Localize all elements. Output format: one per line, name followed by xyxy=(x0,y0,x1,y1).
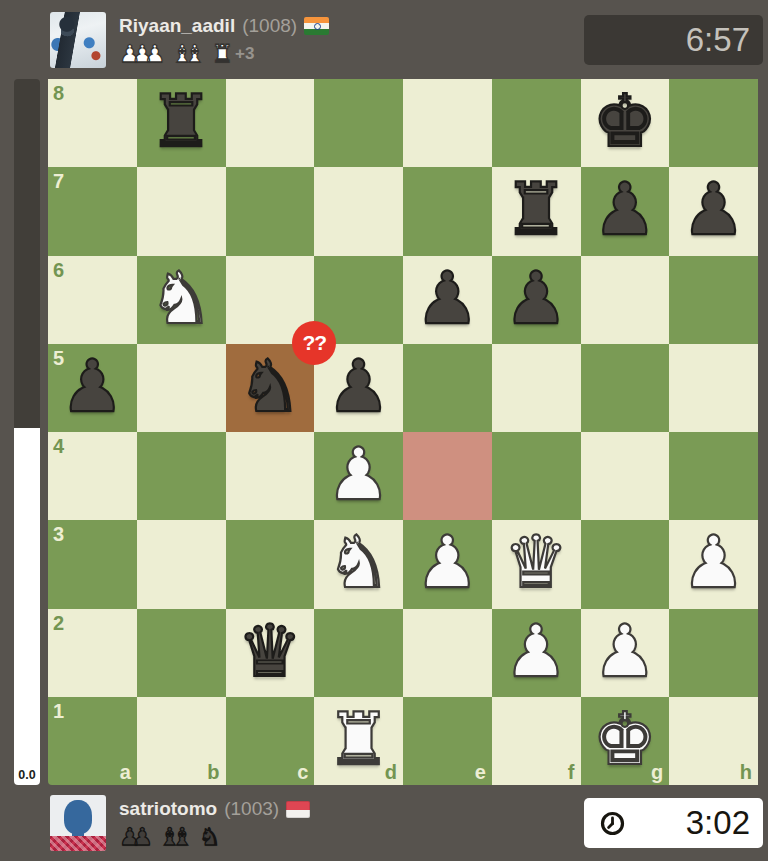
opponent-clock-time: 6:57 xyxy=(686,21,750,59)
opponent-info: Riyaan_aadil (1008) ♟♟♟♝♝♜+3 xyxy=(119,14,329,66)
opponent-bar: Riyaan_aadil (1008) ♟♟♟♝♝♜+3 6:57 xyxy=(0,0,768,79)
square-d4[interactable]: ♟ xyxy=(314,432,403,520)
blunder-badge-icon: ?? xyxy=(292,321,336,365)
opponent-captured-pieces: ♟♟♟♝♝♜+3 xyxy=(119,40,329,66)
black-rook-b8[interactable]: ♜ xyxy=(149,85,214,157)
rank-label-6: 6 xyxy=(53,260,64,280)
player-info: satriotomo (1003) ♟♟♝♝♞ xyxy=(119,797,310,849)
player-avatar[interactable] xyxy=(50,795,106,851)
square-e4[interactable] xyxy=(403,432,492,520)
black-rook-f7[interactable]: ♜ xyxy=(504,173,569,245)
square-c8[interactable] xyxy=(226,79,315,167)
square-a6[interactable]: 6 xyxy=(48,256,137,344)
captured-black-knight-x1: ♞ xyxy=(199,825,212,849)
square-e6[interactable]: ♟ xyxy=(403,256,492,344)
square-h7[interactable]: ♟ xyxy=(669,167,758,255)
square-d7[interactable] xyxy=(314,167,403,255)
square-e8[interactable] xyxy=(403,79,492,167)
square-e2[interactable] xyxy=(403,609,492,697)
white-knight-d3[interactable]: ♞ xyxy=(326,526,391,598)
square-h6[interactable] xyxy=(669,256,758,344)
square-g3[interactable] xyxy=(581,520,670,608)
square-h4[interactable] xyxy=(669,432,758,520)
square-c1[interactable]: c xyxy=(226,697,315,785)
material-advantage: +3 xyxy=(235,44,254,66)
white-rook-d1[interactable]: ♜ xyxy=(326,703,391,775)
captured-black-pawn-x2: ♟♟ xyxy=(119,825,144,849)
square-b7[interactable] xyxy=(137,167,226,255)
square-g6[interactable] xyxy=(581,256,670,344)
file-label-b: b xyxy=(207,762,219,782)
square-c3[interactable] xyxy=(226,520,315,608)
square-b4[interactable] xyxy=(137,432,226,520)
square-d2[interactable] xyxy=(314,609,403,697)
square-c7[interactable] xyxy=(226,167,315,255)
square-g2[interactable]: ♟ xyxy=(581,609,670,697)
rank-label-3: 3 xyxy=(53,524,64,544)
square-h2[interactable] xyxy=(669,609,758,697)
rank-label-8: 8 xyxy=(53,83,64,103)
square-g1[interactable]: g♚ xyxy=(581,697,670,785)
player-captured-pieces: ♟♟♝♝♞ xyxy=(119,823,310,849)
square-g8[interactable]: ♚ xyxy=(581,79,670,167)
black-pawn-a5[interactable]: ♟ xyxy=(60,350,125,422)
clock-icon xyxy=(599,810,626,837)
square-a2[interactable]: 2 xyxy=(48,609,137,697)
file-label-a: a xyxy=(120,762,131,782)
black-king-g8[interactable]: ♚ xyxy=(593,85,658,157)
square-f3[interactable]: ♛ xyxy=(492,520,581,608)
file-label-f: f xyxy=(568,762,575,782)
file-label-h: h xyxy=(740,762,752,782)
square-a5[interactable]: 5♟ xyxy=(48,344,137,432)
square-a4[interactable]: 4 xyxy=(48,432,137,520)
square-b3[interactable] xyxy=(137,520,226,608)
evaluation-score: 0.0 xyxy=(14,768,40,782)
square-e3[interactable]: ♟ xyxy=(403,520,492,608)
square-g4[interactable] xyxy=(581,432,670,520)
black-pawn-f6[interactable]: ♟ xyxy=(504,262,569,334)
square-a8[interactable]: 8 xyxy=(48,79,137,167)
player-clock: 3:02 xyxy=(584,798,763,848)
captured-black-bishop-x2: ♝♝ xyxy=(159,825,184,849)
black-pawn-h7[interactable]: ♟ xyxy=(681,173,746,245)
rank-label-2: 2 xyxy=(53,613,64,633)
file-label-c: c xyxy=(297,762,308,782)
opponent-avatar[interactable] xyxy=(50,12,106,68)
white-king-g1[interactable]: ♚ xyxy=(593,703,658,775)
square-d8[interactable] xyxy=(314,79,403,167)
square-g5[interactable] xyxy=(581,344,670,432)
square-f1[interactable]: f xyxy=(492,697,581,785)
rank-label-4: 4 xyxy=(53,436,64,456)
white-queen-f3[interactable]: ♛ xyxy=(504,526,569,598)
black-pawn-e6[interactable]: ♟ xyxy=(415,262,480,334)
square-d1[interactable]: d♜ xyxy=(314,697,403,785)
square-d3[interactable]: ♞ xyxy=(314,520,403,608)
white-pawn-g2[interactable]: ♟ xyxy=(593,615,658,687)
square-b8[interactable]: ♜ xyxy=(137,79,226,167)
square-f8[interactable] xyxy=(492,79,581,167)
square-b1[interactable]: b xyxy=(137,697,226,785)
opponent-clock: 6:57 xyxy=(584,15,763,65)
square-h1[interactable]: h xyxy=(669,697,758,785)
square-h3[interactable]: ♟ xyxy=(669,520,758,608)
square-f7[interactable]: ♜ xyxy=(492,167,581,255)
square-b6[interactable]: ♞ xyxy=(137,256,226,344)
square-e7[interactable] xyxy=(403,167,492,255)
white-pawn-d4[interactable]: ♟ xyxy=(326,438,391,510)
square-f5[interactable] xyxy=(492,344,581,432)
white-knight-b6[interactable]: ♞ xyxy=(149,262,214,334)
square-f2[interactable]: ♟ xyxy=(492,609,581,697)
rank-label-7: 7 xyxy=(53,171,64,191)
square-f4[interactable] xyxy=(492,432,581,520)
rank-label-1: 1 xyxy=(53,701,64,721)
india-flag-icon xyxy=(304,17,329,35)
black-pawn-g7[interactable]: ♟ xyxy=(593,173,658,245)
square-c2[interactable]: ♛ xyxy=(226,609,315,697)
square-g7[interactable]: ♟ xyxy=(581,167,670,255)
evaluation-bar: 0.0 xyxy=(14,79,40,785)
captured-white-bishop-x2: ♝♝ xyxy=(172,42,197,66)
white-pawn-f2[interactable]: ♟ xyxy=(504,615,569,687)
evaluation-white-fill: 0.0 xyxy=(14,428,40,785)
square-b2[interactable] xyxy=(137,609,226,697)
square-f6[interactable]: ♟ xyxy=(492,256,581,344)
player-name[interactable]: satriotomo xyxy=(119,798,217,820)
square-a7[interactable]: 7 xyxy=(48,167,137,255)
captured-white-pawn-x3: ♟♟♟ xyxy=(119,42,157,66)
player-bar: satriotomo (1003) ♟♟♝♝♞ 3:02 xyxy=(0,785,768,861)
square-e5[interactable] xyxy=(403,344,492,432)
board-grid: 8♜♚7♜♟♟6♞♟♟5♟♞♟4♟3♞♟♛♟2♛♟♟1abcd♜efg♚h xyxy=(48,79,758,785)
square-e1[interactable]: e xyxy=(403,697,492,785)
indonesia-flag-icon xyxy=(286,801,310,818)
black-queen-c2[interactable]: ♛ xyxy=(238,615,303,687)
file-label-e: e xyxy=(475,762,486,782)
black-pawn-d5[interactable]: ♟ xyxy=(326,350,391,422)
chess-game-screen: Riyaan_aadil (1008) ♟♟♟♝♝♜+3 6:57 0.0 8♜… xyxy=(0,0,768,861)
square-b5[interactable] xyxy=(137,344,226,432)
square-c4[interactable] xyxy=(226,432,315,520)
chess-board[interactable]: 8♜♚7♜♟♟6♞♟♟5♟♞♟4♟3♞♟♛♟2♛♟♟1abcd♜efg♚h ?? xyxy=(48,79,758,785)
black-knight-c5[interactable]: ♞ xyxy=(238,350,303,422)
opponent-name[interactable]: Riyaan_aadil xyxy=(119,15,235,37)
square-a1[interactable]: 1a xyxy=(48,697,137,785)
white-pawn-h3[interactable]: ♟ xyxy=(681,526,746,598)
player-clock-time: 3:02 xyxy=(686,804,750,842)
square-a3[interactable]: 3 xyxy=(48,520,137,608)
captured-white-rook-x1: ♜ xyxy=(212,42,225,66)
square-h8[interactable] xyxy=(669,79,758,167)
blunder-badge-text: ?? xyxy=(302,331,326,355)
player-rating: (1003) xyxy=(224,798,279,820)
opponent-rating: (1008) xyxy=(242,15,297,37)
white-pawn-e3[interactable]: ♟ xyxy=(415,526,480,598)
square-h5[interactable] xyxy=(669,344,758,432)
